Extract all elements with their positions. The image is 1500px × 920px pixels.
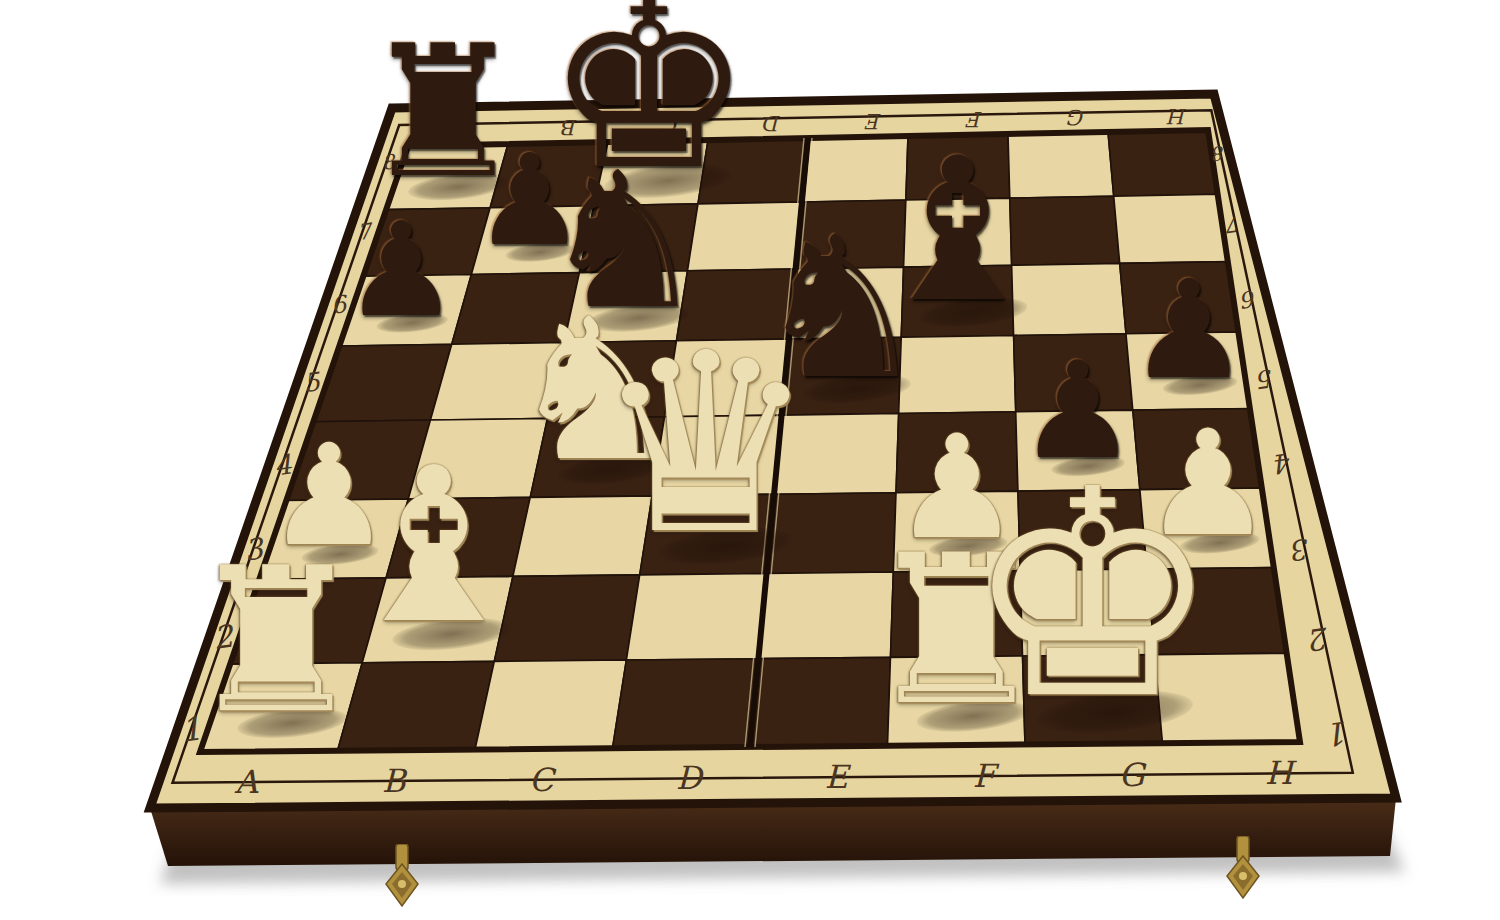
piece-white-king-g1[interactable]: ♚ <box>964 452 1220 738</box>
label-bottom-file-c: C <box>529 761 557 799</box>
piece-white-queen-d3[interactable]: ♛ <box>595 320 817 568</box>
piece-white-rook-a1[interactable]: ♜ <box>186 541 365 741</box>
label-bottom-file-g: G <box>1119 756 1147 794</box>
label-top-file-d: D <box>762 111 781 135</box>
square-d1[interactable] <box>613 659 759 749</box>
piece-white-bishop-b2[interactable]: ♝ <box>338 439 530 653</box>
piece-black-pawn-h5[interactable]: ♟ <box>1128 262 1250 398</box>
label-bottom-file-a: A <box>234 763 259 801</box>
right-latch <box>1223 836 1263 902</box>
label-bottom-file-d: D <box>676 759 705 797</box>
label-top-file-g: G <box>1066 105 1085 129</box>
chess-photo-scene: AA88BB77CC66DD55EE44FF33GG22HH11 ♜♟♚♟♞♝♞… <box>0 0 1500 920</box>
square-c1[interactable] <box>475 660 626 749</box>
square-h8[interactable] <box>1108 130 1218 196</box>
left-latch <box>382 844 422 910</box>
label-top-file-h: H <box>1166 104 1187 128</box>
label-bottom-file-b: B <box>382 762 408 800</box>
label-bottom-file-e: E <box>825 758 852 796</box>
piece-black-pawn-a6[interactable]: ♟ <box>343 205 460 335</box>
label-bottom-file-h: H <box>1265 754 1297 792</box>
